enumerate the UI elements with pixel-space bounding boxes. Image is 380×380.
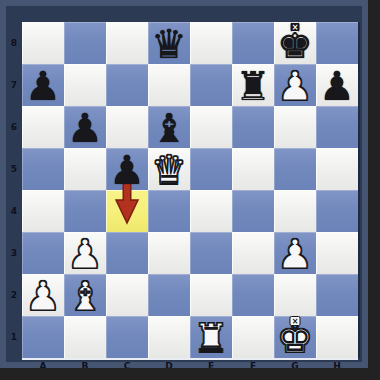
- chess-board: ♛♚×♟♜♟♟♟♝♟♛♟♟♟♝♜♚×: [22, 22, 358, 358]
- white-pawn-a2[interactable]: ♟: [22, 274, 64, 316]
- black-rook-f7[interactable]: ♜: [232, 64, 274, 106]
- file-label-c: C: [106, 360, 148, 368]
- black-pawn-b6[interactable]: ♟: [64, 106, 106, 148]
- white-king-x-marker: ×: [290, 316, 301, 326]
- black-pawn-c5[interactable]: ♟: [106, 148, 148, 190]
- rank-label-1: 1: [6, 316, 22, 358]
- file-label-e: E: [190, 360, 232, 368]
- rank-label-3: 3: [6, 232, 22, 274]
- rank-label-5: 5: [6, 148, 22, 190]
- file-label-b: B: [64, 360, 106, 368]
- file-label-a: A: [22, 360, 64, 368]
- rank-label-8: 8: [6, 22, 22, 64]
- file-label-g: G: [274, 360, 316, 368]
- file-label-h: H: [316, 360, 358, 368]
- rank-label-7: 7: [6, 64, 22, 106]
- black-pawn-h7[interactable]: ♟: [316, 64, 358, 106]
- black-pawn-a7[interactable]: ♟: [22, 64, 64, 106]
- black-queen-d8[interactable]: ♛: [148, 22, 190, 64]
- file-label-d: D: [148, 360, 190, 368]
- white-bishop-b2[interactable]: ♝: [64, 274, 106, 316]
- white-pawn-g7[interactable]: ♟: [274, 64, 316, 106]
- black-bishop-d6[interactable]: ♝: [148, 106, 190, 148]
- white-rook-e1[interactable]: ♜: [190, 316, 232, 358]
- white-queen-d5[interactable]: ♛: [148, 148, 190, 190]
- white-king-g1[interactable]: ♚×: [274, 316, 316, 358]
- white-pawn-b3[interactable]: ♟: [64, 232, 106, 274]
- white-pawn-g3[interactable]: ♟: [274, 232, 316, 274]
- pieces-layer: ♛♚×♟♜♟♟♟♝♟♛♟♟♟♝♜♚×: [22, 22, 358, 358]
- rank-label-2: 2: [6, 274, 22, 316]
- black-king-g8[interactable]: ♚×: [274, 22, 316, 64]
- rank-label-6: 6: [6, 106, 22, 148]
- file-label-f: F: [232, 360, 274, 368]
- rank-label-4: 4: [6, 190, 22, 232]
- black-king-x-marker: ×: [290, 22, 301, 32]
- chess-board-frame: ♛♚×♟♜♟♟♟♝♟♛♟♟♟♝♜♚× 87654321ABCDEFGH: [0, 0, 368, 368]
